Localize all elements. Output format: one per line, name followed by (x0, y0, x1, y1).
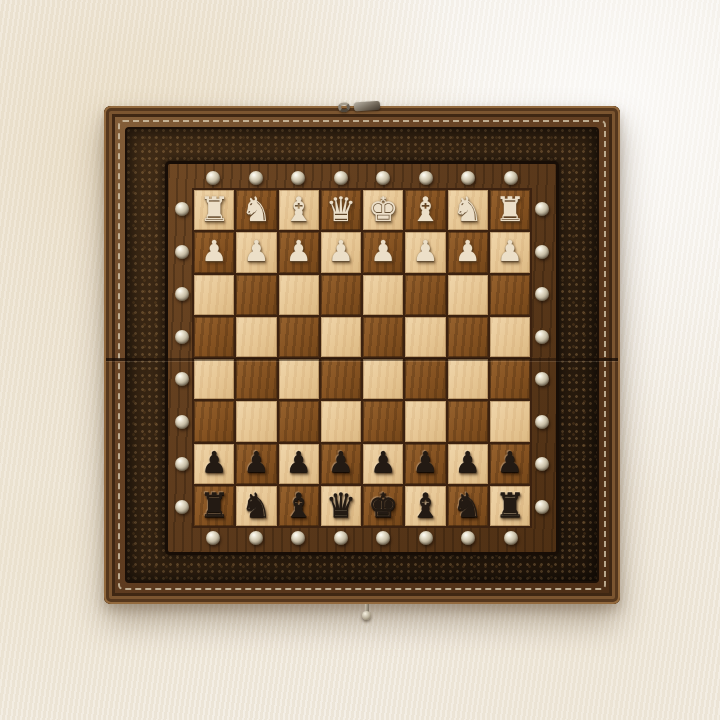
square-r6c8[interactable] (490, 401, 530, 441)
black-pawn[interactable]: ♟ (370, 448, 396, 477)
white-rook[interactable]: ♜ (199, 192, 229, 226)
black-bishop[interactable]: ♝ (410, 488, 440, 522)
square-r2c2[interactable]: ♟ (236, 232, 276, 272)
square-r8c8[interactable]: ♜ (490, 486, 530, 526)
white-rook[interactable]: ♜ (495, 192, 525, 226)
square-r7c8[interactable]: ♟ (490, 444, 530, 484)
square-r4c3[interactable] (279, 317, 319, 357)
white-pawn[interactable]: ♟ (201, 237, 227, 266)
square-r4c5[interactable] (363, 317, 403, 357)
white-pawn[interactable]: ♟ (455, 237, 481, 266)
square-r4c2[interactable] (236, 317, 276, 357)
metal-stud-icon (249, 531, 263, 545)
square-r6c1[interactable] (194, 401, 234, 441)
black-pawn[interactable]: ♟ (412, 448, 438, 477)
metal-stud-icon (175, 415, 189, 429)
square-r2c4[interactable]: ♟ (321, 232, 361, 272)
black-rook[interactable]: ♜ (199, 488, 229, 522)
white-pawn[interactable]: ♟ (328, 237, 354, 266)
square-r8c4[interactable]: ♛ (321, 486, 361, 526)
square-r4c8[interactable] (490, 317, 530, 357)
square-r4c1[interactable] (194, 317, 234, 357)
white-bishop[interactable]: ♝ (283, 192, 313, 226)
square-r1c2[interactable]: ♞ (236, 190, 276, 230)
metal-stud-icon (175, 330, 189, 344)
metal-stud-icon (175, 500, 189, 514)
clasp-plate (354, 101, 381, 112)
square-r7c4[interactable]: ♟ (321, 444, 361, 484)
square-r8c6[interactable]: ♝ (405, 486, 445, 526)
black-knight[interactable]: ♞ (241, 488, 271, 522)
square-r7c1[interactable]: ♟ (194, 444, 234, 484)
square-r8c5[interactable]: ♚ (363, 486, 403, 526)
pin-ball (362, 611, 371, 620)
square-r5c4[interactable] (321, 359, 361, 399)
fold-seam-highlight (106, 361, 618, 362)
bottom-pin-icon (362, 604, 372, 620)
square-r4c7[interactable] (448, 317, 488, 357)
square-r2c6[interactable]: ♟ (405, 232, 445, 272)
square-r5c1[interactable] (194, 359, 234, 399)
square-r5c2[interactable] (236, 359, 276, 399)
square-r5c6[interactable] (405, 359, 445, 399)
square-r7c2[interactable]: ♟ (236, 444, 276, 484)
square-r3c8[interactable] (490, 275, 530, 315)
metal-stud-icon (175, 245, 189, 259)
square-r4c6[interactable] (405, 317, 445, 357)
white-pawn[interactable]: ♟ (243, 237, 269, 266)
square-r2c8[interactable]: ♟ (490, 232, 530, 272)
square-r3c7[interactable] (448, 275, 488, 315)
white-pawn[interactable]: ♟ (497, 237, 523, 266)
metal-stud-icon (535, 415, 549, 429)
white-bishop[interactable]: ♝ (410, 192, 440, 226)
square-r1c7[interactable]: ♞ (448, 190, 488, 230)
square-r3c3[interactable] (279, 275, 319, 315)
black-rook[interactable]: ♜ (495, 488, 525, 522)
square-r5c5[interactable] (363, 359, 403, 399)
white-knight[interactable]: ♞ (452, 192, 482, 226)
square-r3c5[interactable] (363, 275, 403, 315)
square-r2c7[interactable]: ♟ (448, 232, 488, 272)
fur-background: ♜♞♝♛♚♝♞♜♟♟♟♟♟♟♟♟♟♟♟♟♟♟♟♟♜♞♝♛♚♝♞♜ (0, 0, 720, 720)
square-r1c6[interactable]: ♝ (405, 190, 445, 230)
chess-box: ♜♞♝♛♚♝♞♜♟♟♟♟♟♟♟♟♟♟♟♟♟♟♟♟♜♞♝♛♚♝♞♜ (104, 106, 620, 604)
square-r2c3[interactable]: ♟ (279, 232, 319, 272)
metal-stud-icon (504, 171, 518, 185)
square-r4c4[interactable] (321, 317, 361, 357)
square-r1c4[interactable]: ♛ (321, 190, 361, 230)
black-pawn[interactable]: ♟ (497, 448, 523, 477)
metal-stud-icon (334, 171, 348, 185)
black-pawn[interactable]: ♟ (201, 448, 227, 477)
square-r6c4[interactable] (321, 401, 361, 441)
square-r2c5[interactable]: ♟ (363, 232, 403, 272)
square-r8c7[interactable]: ♞ (448, 486, 488, 526)
white-knight[interactable]: ♞ (241, 192, 271, 226)
square-r3c6[interactable] (405, 275, 445, 315)
white-pawn[interactable]: ♟ (286, 237, 312, 266)
metal-stud-icon (535, 245, 549, 259)
square-r1c1[interactable]: ♜ (194, 190, 234, 230)
square-r5c3[interactable] (279, 359, 319, 399)
square-r1c5[interactable]: ♚ (363, 190, 403, 230)
clasp-ring (338, 102, 351, 113)
square-r8c2[interactable]: ♞ (236, 486, 276, 526)
square-r2c1[interactable]: ♟ (194, 232, 234, 272)
black-pawn[interactable]: ♟ (243, 448, 269, 477)
white-pawn[interactable]: ♟ (412, 237, 438, 266)
square-r8c1[interactable]: ♜ (194, 486, 234, 526)
black-pawn[interactable]: ♟ (286, 448, 312, 477)
square-r7c7[interactable]: ♟ (448, 444, 488, 484)
square-r3c4[interactable] (321, 275, 361, 315)
metal-stud-icon (334, 531, 348, 545)
square-r1c8[interactable]: ♜ (490, 190, 530, 230)
metal-stud-icon (535, 330, 549, 344)
black-king[interactable]: ♚ (368, 488, 398, 522)
square-r7c6[interactable]: ♟ (405, 444, 445, 484)
square-r1c3[interactable]: ♝ (279, 190, 319, 230)
white-pawn[interactable]: ♟ (370, 237, 396, 266)
square-r5c7[interactable] (448, 359, 488, 399)
black-pawn[interactable]: ♟ (328, 448, 354, 477)
metal-stud-icon (535, 500, 549, 514)
square-r8c3[interactable]: ♝ (279, 486, 319, 526)
square-r7c5[interactable]: ♟ (363, 444, 403, 484)
white-queen[interactable]: ♛ (326, 192, 356, 226)
square-r3c2[interactable] (236, 275, 276, 315)
black-knight[interactable]: ♞ (452, 488, 482, 522)
square-r6c6[interactable] (405, 401, 445, 441)
square-r6c3[interactable] (279, 401, 319, 441)
black-queen[interactable]: ♛ (326, 488, 356, 522)
white-king[interactable]: ♚ (368, 192, 398, 226)
square-r6c7[interactable] (448, 401, 488, 441)
square-r6c2[interactable] (236, 401, 276, 441)
square-r7c3[interactable]: ♟ (279, 444, 319, 484)
metal-stud-icon (504, 531, 518, 545)
metal-stud-icon (419, 171, 433, 185)
metal-stud-icon (419, 531, 433, 545)
metal-stud-icon (249, 171, 263, 185)
square-r3c1[interactable] (194, 275, 234, 315)
latch-clasp-icon (335, 95, 388, 117)
square-r5c8[interactable] (490, 359, 530, 399)
black-bishop[interactable]: ♝ (283, 488, 313, 522)
square-r6c5[interactable] (363, 401, 403, 441)
black-pawn[interactable]: ♟ (455, 448, 481, 477)
